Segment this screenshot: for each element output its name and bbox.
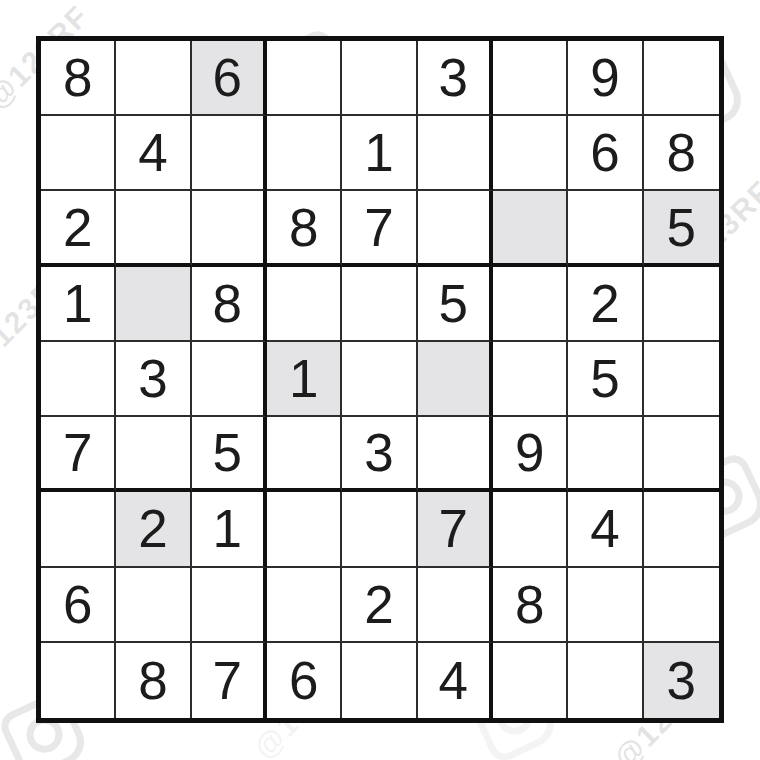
sudoku-cell-empty[interactable] <box>644 568 719 643</box>
sudoku-cell-empty[interactable] <box>267 492 342 567</box>
sudoku-cell-given[interactable]: 5 <box>568 342 643 417</box>
sudoku-cell-empty[interactable] <box>267 417 342 492</box>
sudoku-cell-given[interactable]: 7 <box>418 492 493 567</box>
sudoku-cell-given[interactable]: 3 <box>116 342 191 417</box>
sudoku-cell-empty[interactable] <box>192 191 267 266</box>
sudoku-cell-empty[interactable] <box>493 643 568 718</box>
sudoku-cell-given[interactable]: 4 <box>568 492 643 567</box>
sudoku-cell-given[interactable]: 7 <box>41 417 116 492</box>
sudoku-cell-given[interactable]: 8 <box>493 568 568 643</box>
sudoku-cell-empty[interactable] <box>267 267 342 342</box>
sudoku-cell-given[interactable]: 3 <box>418 41 493 116</box>
sudoku-board: 86394168287518523157539217462887643 <box>36 36 724 723</box>
sudoku-cell-given[interactable]: 1 <box>41 267 116 342</box>
sudoku-cell-given[interactable]: 6 <box>568 116 643 191</box>
sudoku-page: @123RF@123RF@123RF@123RF@123RF@123RF@123… <box>0 0 760 760</box>
sudoku-cell-given[interactable]: 6 <box>267 643 342 718</box>
sudoku-cell-empty[interactable] <box>493 267 568 342</box>
sudoku-cell-empty[interactable] <box>116 191 191 266</box>
sudoku-cell-empty[interactable] <box>192 342 267 417</box>
sudoku-cell-given[interactable]: 8 <box>41 41 116 116</box>
sudoku-cell-empty[interactable] <box>418 568 493 643</box>
sudoku-cell-empty[interactable] <box>267 41 342 116</box>
sudoku-cell-empty[interactable] <box>493 191 568 266</box>
sudoku-cell-given[interactable]: 9 <box>568 41 643 116</box>
sudoku-cell-given[interactable]: 2 <box>568 267 643 342</box>
sudoku-cell-given[interactable]: 2 <box>116 492 191 567</box>
sudoku-cell-empty[interactable] <box>342 492 417 567</box>
sudoku-cell-empty[interactable] <box>267 568 342 643</box>
sudoku-cell-empty[interactable] <box>41 492 116 567</box>
sudoku-cell-empty[interactable] <box>418 417 493 492</box>
sudoku-cell-given[interactable]: 3 <box>644 643 719 718</box>
sudoku-cell-empty[interactable] <box>342 643 417 718</box>
sudoku-cell-empty[interactable] <box>116 41 191 116</box>
sudoku-cell-empty[interactable] <box>267 116 342 191</box>
sudoku-cell-empty[interactable] <box>418 191 493 266</box>
sudoku-cell-given[interactable]: 8 <box>267 191 342 266</box>
sudoku-cell-empty[interactable] <box>41 643 116 718</box>
sudoku-cell-empty[interactable] <box>41 342 116 417</box>
sudoku-cell-given[interactable]: 9 <box>493 417 568 492</box>
sudoku-cell-given[interactable]: 4 <box>116 116 191 191</box>
sudoku-cell-empty[interactable] <box>116 267 191 342</box>
sudoku-cell-given[interactable]: 7 <box>342 191 417 266</box>
sudoku-cell-given[interactable]: 8 <box>192 267 267 342</box>
sudoku-cell-given[interactable]: 5 <box>644 191 719 266</box>
sudoku-cell-given[interactable]: 1 <box>342 116 417 191</box>
sudoku-cell-empty[interactable] <box>493 492 568 567</box>
sudoku-cell-empty[interactable] <box>342 267 417 342</box>
sudoku-cell-empty[interactable] <box>568 568 643 643</box>
sudoku-cell-empty[interactable] <box>644 267 719 342</box>
sudoku-cell-given[interactable]: 8 <box>116 643 191 718</box>
sudoku-cell-given[interactable]: 2 <box>342 568 417 643</box>
sudoku-cell-given[interactable]: 1 <box>267 342 342 417</box>
sudoku-cell-given[interactable]: 6 <box>41 568 116 643</box>
sudoku-cell-empty[interactable] <box>568 191 643 266</box>
sudoku-cell-empty[interactable] <box>644 342 719 417</box>
sudoku-cell-empty[interactable] <box>493 342 568 417</box>
sudoku-cell-given[interactable]: 3 <box>342 417 417 492</box>
sudoku-cell-given[interactable]: 6 <box>192 41 267 116</box>
sudoku-cell-given[interactable]: 8 <box>644 116 719 191</box>
sudoku-cell-empty[interactable] <box>568 643 643 718</box>
sudoku-cell-empty[interactable] <box>644 492 719 567</box>
sudoku-cell-empty[interactable] <box>342 342 417 417</box>
sudoku-cell-empty[interactable] <box>493 41 568 116</box>
sudoku-cell-given[interactable]: 2 <box>41 191 116 266</box>
sudoku-cell-given[interactable]: 7 <box>192 643 267 718</box>
sudoku-cell-empty[interactable] <box>41 116 116 191</box>
sudoku-cell-given[interactable]: 1 <box>192 492 267 567</box>
sudoku-cell-empty[interactable] <box>342 41 417 116</box>
sudoku-cell-empty[interactable] <box>192 568 267 643</box>
sudoku-cell-empty[interactable] <box>644 417 719 492</box>
sudoku-cell-empty[interactable] <box>116 568 191 643</box>
sudoku-cell-empty[interactable] <box>116 417 191 492</box>
sudoku-cell-empty[interactable] <box>493 116 568 191</box>
sudoku-cell-given[interactable]: 4 <box>418 643 493 718</box>
sudoku-cell-given[interactable]: 5 <box>418 267 493 342</box>
sudoku-cell-given[interactable]: 5 <box>192 417 267 492</box>
sudoku-cell-empty[interactable] <box>192 116 267 191</box>
sudoku-cell-empty[interactable] <box>568 417 643 492</box>
sudoku-cell-empty[interactable] <box>418 116 493 191</box>
sudoku-cell-empty[interactable] <box>418 342 493 417</box>
sudoku-cell-empty[interactable] <box>644 41 719 116</box>
